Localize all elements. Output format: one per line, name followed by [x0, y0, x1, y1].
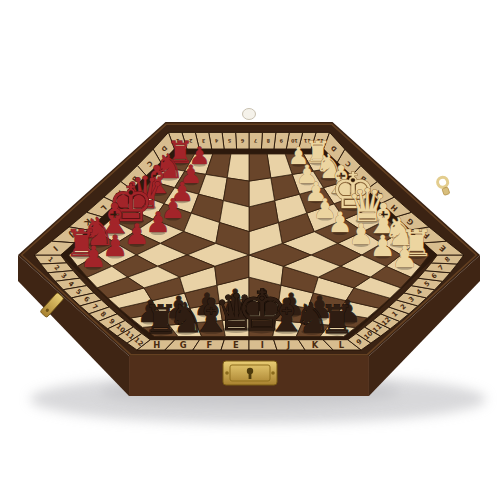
right-ring-catch	[436, 176, 452, 196]
coordinate-label: 4	[214, 138, 218, 144]
chess-piece-dark-R[interactable]: ♜	[320, 297, 355, 342]
coordinate-label: 9	[279, 138, 283, 144]
coordinate-label: 5	[227, 138, 231, 144]
product-photo: HGFEIJKL12111098765432112345678910111291…	[0, 0, 500, 500]
chess-piece-dark-R[interactable]: ♜	[143, 297, 178, 342]
coordinate-label: 6	[240, 138, 244, 144]
chess-piece-red-P[interactable]: ♟	[80, 240, 106, 274]
coordinate-label: 7	[253, 138, 257, 144]
coordinate-label: 8	[266, 138, 270, 144]
front-latch	[223, 361, 277, 385]
board-cell[interactable]	[227, 154, 249, 181]
top-hinge-knob	[243, 109, 256, 120]
chess-piece-natural-P[interactable]: ♟	[391, 240, 417, 274]
board-svg: HGFEIJKL12111098765432112345678910111291…	[0, 0, 500, 500]
board-cell[interactable]	[249, 154, 271, 181]
